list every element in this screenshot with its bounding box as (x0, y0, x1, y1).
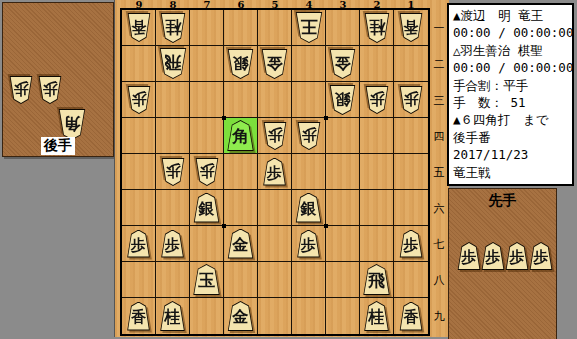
shogi-piece-歩[interactable]: 歩 (399, 86, 423, 114)
shogi-piece-歩[interactable]: 歩 (127, 230, 151, 258)
board-square-7-3[interactable] (190, 82, 224, 118)
star-point (222, 224, 226, 228)
shogi-piece-歩[interactable]: 歩 (457, 242, 481, 270)
info-turn: 後手番 (453, 129, 572, 146)
piece-kanji: 歩 (161, 159, 185, 183)
board-square-9-3[interactable]: 歩 (122, 82, 156, 118)
board-square-9-1[interactable]: 香 (122, 10, 156, 46)
info-date: 2017/11/23 (453, 146, 572, 163)
piece-kanji: 銀 (193, 196, 220, 222)
shogi-app-window: 歩歩角 後手 987654321 一二三四五六七八九 香桂王桂香飛銀金金歩銀歩歩… (0, 0, 577, 339)
board-square-9-9[interactable]: 香 (122, 298, 156, 334)
board-square-5-7[interactable] (258, 226, 292, 262)
piece-kanji: 銀 (227, 50, 254, 76)
shogi-piece-桂[interactable]: 桂 (364, 13, 390, 43)
board-square-9-4[interactable] (122, 118, 156, 154)
board-square-4-2[interactable] (292, 46, 326, 82)
piece-kanji: 角 (227, 123, 255, 150)
board-square-3-5[interactable] (326, 154, 360, 190)
piece-kanji: 金 (329, 50, 356, 76)
piece-kanji: 王 (295, 13, 323, 40)
board-square-2-9[interactable]: 桂 (360, 298, 394, 334)
board-square-7-7[interactable] (190, 226, 224, 262)
piece-kanji: 歩 (127, 233, 151, 257)
piece-kanji: 香 (399, 305, 423, 330)
shogi-piece-桂[interactable]: 桂 (364, 301, 390, 331)
board-square-5-3[interactable] (258, 82, 292, 118)
board-square-6-4[interactable]: 角 (224, 118, 258, 154)
shogi-piece-香[interactable]: 香 (127, 13, 151, 42)
board-square-1-5[interactable] (394, 154, 428, 190)
star-point (324, 116, 328, 120)
shogi-piece-歩[interactable]: 歩 (263, 122, 287, 150)
shogi-piece-香[interactable]: 香 (399, 302, 423, 331)
rank-label-4: 四 (431, 118, 447, 154)
board-square-8-5[interactable]: 歩 (156, 154, 190, 190)
board-square-8-2[interactable]: 飛 (156, 46, 190, 82)
piece-kanji: 歩 (399, 233, 423, 257)
gote-hand-tray: 歩歩角 後手 (2, 2, 114, 157)
info-sente-player: ▲渡辺 明 竜王 (453, 7, 572, 24)
piece-kanji: 玉 (193, 267, 221, 294)
board-square-1-3[interactable]: 歩 (394, 82, 428, 118)
board-square-5-1[interactable] (258, 10, 292, 46)
board-grid: 香桂王桂香飛銀金金歩銀歩歩角歩歩歩歩歩銀銀歩歩金歩歩玉飛香桂金桂香 (120, 8, 430, 336)
piece-kanji: 歩 (195, 159, 219, 183)
board-square-6-2[interactable]: 銀 (224, 46, 258, 82)
board-square-7-8[interactable]: 玉 (190, 262, 224, 298)
shogi-piece-角[interactable]: 角 (227, 120, 255, 151)
board-square-2-1[interactable]: 桂 (360, 10, 394, 46)
piece-kanji: 香 (127, 14, 151, 39)
piece-kanji: 香 (399, 14, 423, 39)
board-square-1-8[interactable] (394, 262, 428, 298)
board-square-3-2[interactable]: 金 (326, 46, 360, 82)
board-square-7-5[interactable]: 歩 (190, 154, 224, 190)
board-square-4-4[interactable]: 歩 (292, 118, 326, 154)
board-square-1-4[interactable] (394, 118, 428, 154)
board-square-4-8[interactable] (292, 262, 326, 298)
piece-kanji: 歩 (297, 233, 321, 257)
piece-kanji: 金 (227, 232, 254, 258)
piece-kanji: 銀 (329, 86, 356, 112)
board-square-3-4[interactable] (326, 118, 360, 154)
board-square-4-1[interactable]: 王 (292, 10, 326, 46)
board-square-5-6[interactable] (258, 190, 292, 226)
piece-kanji: 桂 (364, 14, 390, 40)
info-event: 竜王戦 (453, 164, 572, 181)
shogi-piece-銀[interactable]: 銀 (295, 193, 322, 223)
board-square-3-9[interactable] (326, 298, 360, 334)
shogi-piece-歩[interactable]: 歩 (161, 158, 185, 186)
board-square-2-7[interactable] (360, 226, 394, 262)
board-square-6-5[interactable] (224, 154, 258, 190)
board-square-7-6[interactable]: 銀 (190, 190, 224, 226)
shogi-piece-金[interactable]: 金 (227, 301, 254, 331)
shogi-piece-歩[interactable]: 歩 (263, 158, 287, 186)
piece-kanji: 角 (58, 110, 86, 137)
shogi-piece-金[interactable]: 金 (227, 229, 254, 259)
board-square-7-9[interactable] (190, 298, 224, 334)
piece-kanji: 香 (127, 305, 151, 330)
board-square-2-5[interactable] (360, 154, 394, 190)
piece-kanji: 飛 (363, 267, 391, 294)
piece-kanji: 歩 (457, 245, 481, 269)
gote-label: 後手 (41, 137, 75, 155)
board-square-5-5[interactable]: 歩 (258, 154, 292, 190)
piece-kanji: 桂 (160, 14, 186, 40)
sente-hand-tray: 歩歩歩歩 先手 (448, 188, 557, 339)
board-square-1-1[interactable]: 香 (394, 10, 428, 46)
board-square-8-6[interactable] (156, 190, 190, 226)
board-square-7-1[interactable] (190, 10, 224, 46)
shogi-piece-玉[interactable]: 玉 (193, 264, 221, 295)
board-square-8-3[interactable] (156, 82, 190, 118)
board-square-1-7[interactable]: 歩 (394, 226, 428, 262)
board-square-7-2[interactable] (190, 46, 224, 82)
shogi-piece-歩[interactable]: 歩 (195, 158, 219, 186)
piece-kanji: 歩 (529, 245, 553, 269)
board-square-2-3[interactable]: 歩 (360, 82, 394, 118)
board-square-1-6[interactable] (394, 190, 428, 226)
info-handicap: 手合割：平手 (453, 77, 572, 94)
board-square-8-7[interactable]: 歩 (156, 226, 190, 262)
rank-labels: 一二三四五六七八九 (431, 10, 447, 334)
board-square-4-9[interactable] (292, 298, 326, 334)
board-square-8-8[interactable] (156, 262, 190, 298)
board-square-6-3[interactable] (224, 82, 258, 118)
board-square-9-5[interactable] (122, 154, 156, 190)
piece-kanji: 歩 (365, 87, 389, 111)
rank-label-9: 九 (431, 298, 447, 334)
rank-label-5: 五 (431, 154, 447, 190)
piece-kanji: 歩 (161, 233, 185, 257)
board-square-2-6[interactable] (360, 190, 394, 226)
board-square-9-7[interactable]: 歩 (122, 226, 156, 262)
shogi-piece-飛[interactable]: 飛 (159, 48, 187, 79)
shogi-piece-香[interactable]: 香 (127, 302, 151, 331)
board-square-2-2[interactable] (360, 46, 394, 82)
shogi-piece-歩[interactable]: 歩 (297, 230, 321, 258)
piece-kanji: 歩 (263, 123, 287, 147)
shogi-piece-飛[interactable]: 飛 (363, 264, 391, 295)
shogi-piece-歩[interactable]: 歩 (38, 76, 62, 104)
piece-kanji: 金 (227, 304, 254, 330)
star-point (222, 116, 226, 120)
board-square-4-5[interactable] (292, 154, 326, 190)
rank-label-2: 二 (431, 46, 447, 82)
rank-label-3: 三 (431, 82, 447, 118)
piece-kanji: 歩 (263, 161, 287, 185)
board-square-5-8[interactable] (258, 262, 292, 298)
board-square-5-2[interactable]: 金 (258, 46, 292, 82)
board-square-6-9[interactable]: 金 (224, 298, 258, 334)
piece-kanji: 歩 (481, 245, 505, 269)
sente-label: 先手 (489, 192, 517, 210)
board-square-1-2[interactable] (394, 46, 428, 82)
shogi-piece-桂[interactable]: 桂 (160, 13, 186, 43)
shogi-piece-桂[interactable]: 桂 (160, 301, 186, 331)
board-square-8-9[interactable]: 桂 (156, 298, 190, 334)
shogi-piece-銀[interactable]: 銀 (227, 49, 254, 79)
shogi-piece-歩[interactable]: 歩 (297, 122, 321, 150)
star-point (324, 224, 328, 228)
shogi-piece-歩[interactable]: 歩 (399, 230, 423, 258)
shogi-piece-王[interactable]: 王 (295, 12, 323, 43)
shogi-piece-歩[interactable]: 歩 (365, 86, 389, 114)
shogi-piece-金[interactable]: 金 (329, 49, 356, 79)
shogi-piece-銀[interactable]: 銀 (193, 193, 220, 223)
board-square-4-6[interactable]: 銀 (292, 190, 326, 226)
board-square-9-6[interactable] (122, 190, 156, 226)
board-square-4-7[interactable]: 歩 (292, 226, 326, 262)
info-last-move: ▲６四角打 まで (453, 111, 572, 128)
shogi-piece-歩[interactable]: 歩 (505, 242, 529, 270)
shogi-piece-銀[interactable]: 銀 (329, 85, 356, 115)
piece-kanji: 銀 (295, 196, 322, 222)
board-square-8-4[interactable] (156, 118, 190, 154)
piece-kanji: 歩 (127, 87, 151, 111)
board-square-5-4[interactable]: 歩 (258, 118, 292, 154)
board-square-3-1[interactable] (326, 10, 360, 46)
shogi-piece-金[interactable]: 金 (261, 49, 288, 79)
info-gote-time: 00:00 / 00:00:00 (453, 59, 572, 76)
piece-kanji: 歩 (505, 245, 529, 269)
board-square-8-1[interactable]: 桂 (156, 10, 190, 46)
rank-label-1: 一 (431, 10, 447, 46)
board-square-6-6[interactable] (224, 190, 258, 226)
rank-label-7: 七 (431, 226, 447, 262)
piece-kanji: 飛 (159, 49, 187, 76)
board-square-3-7[interactable] (326, 226, 360, 262)
shogi-piece-歩[interactable]: 歩 (161, 230, 185, 258)
shogi-piece-香[interactable]: 香 (399, 13, 423, 42)
board-square-2-4[interactable] (360, 118, 394, 154)
piece-kanji: 桂 (160, 304, 186, 330)
board-square-2-8[interactable]: 飛 (360, 262, 394, 298)
board-square-3-3[interactable]: 銀 (326, 82, 360, 118)
board-square-9-2[interactable] (122, 46, 156, 82)
board-square-3-6[interactable] (326, 190, 360, 226)
piece-kanji: 桂 (364, 304, 390, 330)
board-square-6-1[interactable] (224, 10, 258, 46)
shogi-piece-歩[interactable]: 歩 (529, 242, 553, 270)
piece-kanji: 歩 (399, 87, 423, 111)
info-gote-player: △羽生善治 棋聖 (453, 42, 572, 59)
board-square-6-7[interactable]: 金 (224, 226, 258, 262)
piece-kanji: 歩 (297, 123, 321, 147)
board-square-9-8[interactable] (122, 262, 156, 298)
shogi-piece-角[interactable]: 角 (58, 109, 86, 140)
info-sente-time: 00:00 / 00:00:00 (453, 24, 572, 41)
piece-kanji: 歩 (38, 77, 62, 101)
shogi-piece-歩[interactable]: 歩 (9, 76, 33, 104)
info-move-count: 手 数： 51 (453, 94, 572, 111)
board-square-5-9[interactable] (258, 298, 292, 334)
board-square-4-3[interactable] (292, 82, 326, 118)
rank-label-8: 八 (431, 262, 447, 298)
board-square-6-8[interactable] (224, 262, 258, 298)
rank-label-6: 六 (431, 190, 447, 226)
piece-kanji: 金 (261, 50, 288, 76)
shogi-piece-歩[interactable]: 歩 (127, 86, 151, 114)
board-square-3-8[interactable] (326, 262, 360, 298)
board-square-1-9[interactable]: 香 (394, 298, 428, 334)
game-info-panel: ▲渡辺 明 竜王00:00 / 00:00:00△羽生善治 棋聖00:00 / … (447, 3, 574, 186)
piece-kanji: 歩 (9, 77, 33, 101)
shogi-piece-歩[interactable]: 歩 (481, 242, 505, 270)
board-square-7-4[interactable] (190, 118, 224, 154)
